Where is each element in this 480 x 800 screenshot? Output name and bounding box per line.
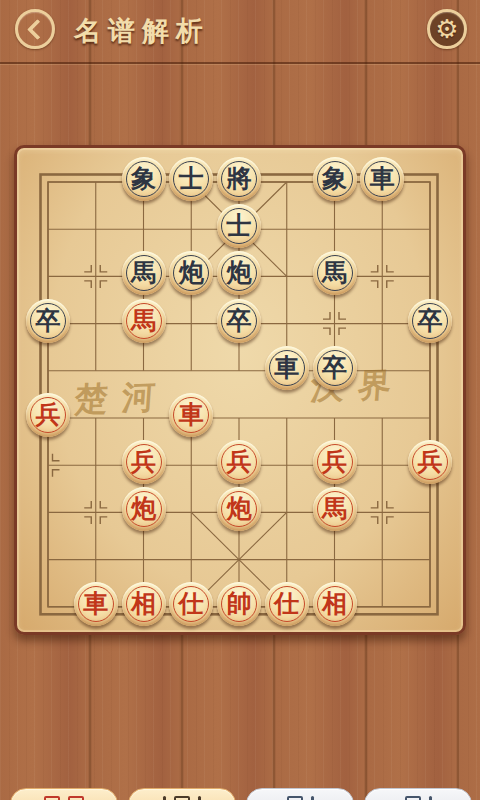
piece-red-炮[interactable]: 炮 [217, 487, 261, 531]
piece-red-仕[interactable]: 仕 [169, 582, 213, 626]
page-title: 名谱解析 [74, 13, 210, 49]
button-glyph-fragment [44, 796, 60, 800]
piece-black-士[interactable]: 士 [169, 157, 213, 201]
piece-glyph: 馬 [313, 487, 357, 531]
bottom-button-4[interactable] [364, 788, 472, 800]
piece-glyph: 兵 [217, 440, 261, 484]
piece-glyph: 馬 [313, 251, 357, 295]
piece-glyph: 兵 [408, 440, 452, 484]
piece-glyph: 象 [313, 157, 357, 201]
piece-glyph: 車 [265, 346, 309, 390]
button-glyph-fragment [163, 796, 166, 800]
piece-glyph: 卒 [26, 299, 70, 343]
piece-glyph: 士 [217, 204, 261, 248]
piece-glyph: 兵 [122, 440, 166, 484]
piece-black-卒[interactable]: 卒 [408, 299, 452, 343]
bottom-button-1[interactable] [10, 788, 118, 800]
piece-glyph: 馬 [122, 251, 166, 295]
piece-red-相[interactable]: 相 [122, 582, 166, 626]
bottom-button-3[interactable] [246, 788, 354, 800]
piece-glyph: 相 [122, 582, 166, 626]
piece-red-炮[interactable]: 炮 [122, 487, 166, 531]
piece-glyph: 炮 [169, 251, 213, 295]
piece-red-車[interactable]: 車 [74, 582, 118, 626]
piece-red-馬[interactable]: 馬 [313, 487, 357, 531]
piece-glyph: 將 [217, 157, 261, 201]
piece-red-兵[interactable]: 兵 [313, 440, 357, 484]
gear-icon: ⚙ [430, 12, 464, 46]
button-glyph-fragment [429, 796, 432, 800]
header-bar: 名谱解析 ⚙ [0, 0, 480, 64]
river-text-left: 楚河 [73, 374, 170, 422]
piece-glyph: 卒 [408, 299, 452, 343]
back-button[interactable] [15, 9, 55, 49]
piece-black-象[interactable]: 象 [122, 157, 166, 201]
piece-black-馬[interactable]: 馬 [122, 251, 166, 295]
piece-red-仕[interactable]: 仕 [265, 582, 309, 626]
piece-glyph: 卒 [217, 299, 261, 343]
piece-black-馬[interactable]: 馬 [313, 251, 357, 295]
app-background: 名谱解析 ⚙ 楚河 汉界 象士將象車士馬炮炮馬卒馬卒卒車卒兵車兵兵兵兵炮炮馬車相… [0, 0, 480, 800]
xiangqi-board[interactable]: 楚河 汉界 象士將象車士馬炮炮馬卒馬卒卒車卒兵車兵兵兵兵炮炮馬車相仕帥仕相 [14, 145, 466, 635]
piece-glyph: 卒 [313, 346, 357, 390]
piece-glyph: 車 [74, 582, 118, 626]
bottom-button-2[interactable] [128, 788, 236, 800]
piece-red-兵[interactable]: 兵 [408, 440, 452, 484]
settings-button[interactable]: ⚙ [427, 9, 467, 49]
piece-glyph: 象 [122, 157, 166, 201]
button-glyph-fragment [311, 796, 314, 800]
piece-red-兵[interactable]: 兵 [217, 440, 261, 484]
piece-black-炮[interactable]: 炮 [169, 251, 213, 295]
piece-glyph: 馬 [122, 299, 166, 343]
piece-black-卒[interactable]: 卒 [217, 299, 261, 343]
button-glyph-fragment [174, 796, 190, 800]
piece-glyph: 帥 [217, 582, 261, 626]
piece-red-兵[interactable]: 兵 [26, 393, 70, 437]
piece-black-卒[interactable]: 卒 [26, 299, 70, 343]
button-glyph-fragment [68, 796, 84, 800]
piece-black-炮[interactable]: 炮 [217, 251, 261, 295]
piece-glyph: 炮 [217, 251, 261, 295]
piece-black-將[interactable]: 將 [217, 157, 261, 201]
piece-glyph: 仕 [265, 582, 309, 626]
piece-black-卒[interactable]: 卒 [313, 346, 357, 390]
piece-glyph: 相 [313, 582, 357, 626]
button-glyph-fragment [198, 796, 201, 800]
piece-red-帥[interactable]: 帥 [217, 582, 261, 626]
piece-black-車[interactable]: 車 [360, 157, 404, 201]
piece-red-馬[interactable]: 馬 [122, 299, 166, 343]
piece-black-士[interactable]: 士 [217, 204, 261, 248]
piece-black-象[interactable]: 象 [313, 157, 357, 201]
piece-glyph: 兵 [313, 440, 357, 484]
piece-glyph: 炮 [122, 487, 166, 531]
chevron-left-icon [27, 19, 48, 40]
piece-glyph: 兵 [26, 393, 70, 437]
piece-red-車[interactable]: 車 [169, 393, 213, 437]
piece-red-兵[interactable]: 兵 [122, 440, 166, 484]
piece-glyph: 車 [360, 157, 404, 201]
piece-black-車[interactable]: 車 [265, 346, 309, 390]
button-glyph-fragment [287, 796, 303, 800]
piece-glyph: 士 [169, 157, 213, 201]
piece-glyph: 仕 [169, 582, 213, 626]
piece-glyph: 車 [169, 393, 213, 437]
button-glyph-fragment [405, 796, 421, 800]
piece-glyph: 炮 [217, 487, 261, 531]
piece-red-相[interactable]: 相 [313, 582, 357, 626]
